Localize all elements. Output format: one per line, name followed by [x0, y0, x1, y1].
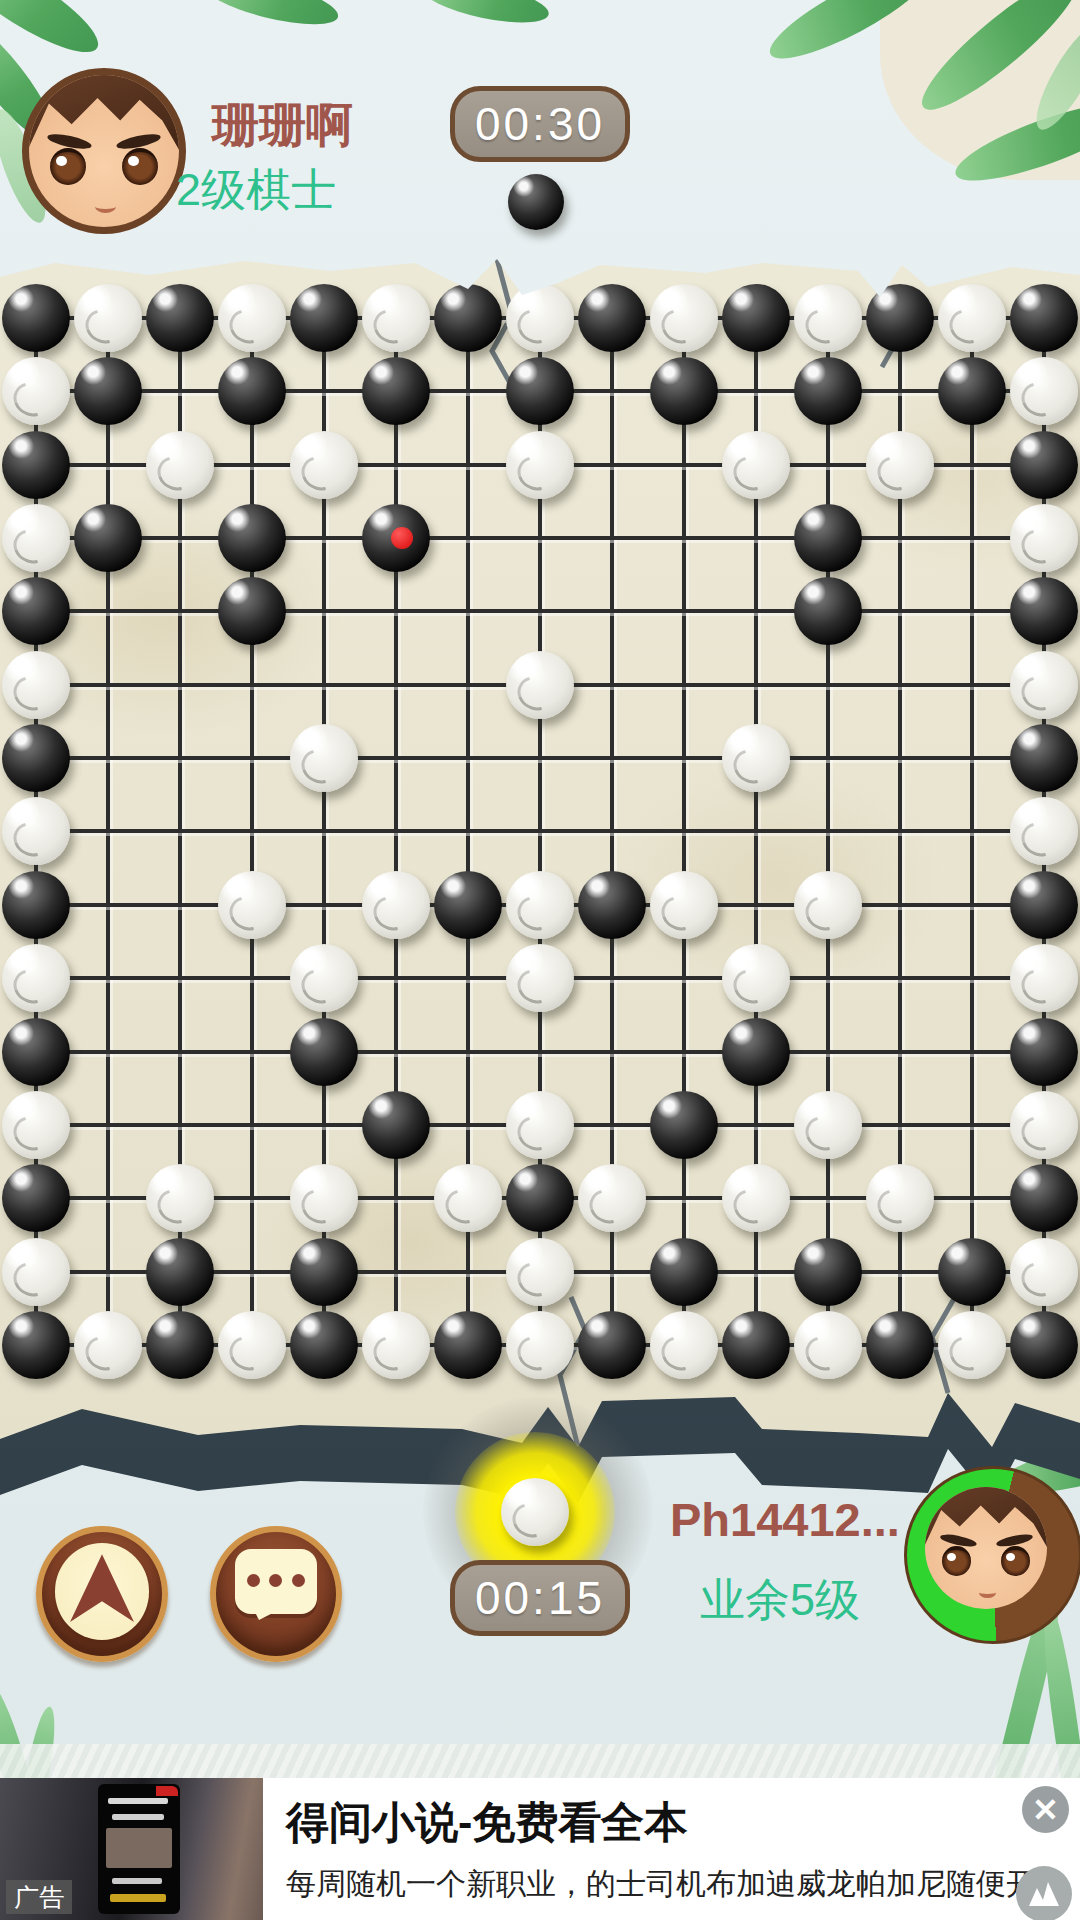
ad-banner[interactable]: 广告 得间小说-免费看全本 每周随机一个新职业，的士司机布加迪威龙帕加尼随便开！… — [0, 1778, 1080, 1920]
white-turn-stone — [501, 1478, 569, 1546]
black-stone — [74, 357, 142, 425]
black-stone — [1010, 1311, 1078, 1379]
bottom-player-level: 业余5级 — [700, 1570, 860, 1630]
undo-button[interactable] — [36, 1526, 168, 1662]
bottom-player-avatar — [925, 1487, 1047, 1609]
ad-phone-screenshot — [98, 1784, 180, 1914]
white-stone — [650, 284, 718, 352]
chat-button[interactable] — [210, 1526, 342, 1662]
black-stone — [290, 1311, 358, 1379]
black-stone — [794, 577, 862, 645]
black-stone — [1010, 1018, 1078, 1086]
chat-bubble-icon — [235, 1549, 317, 1613]
black-stone — [866, 1311, 934, 1379]
black-stone — [2, 871, 70, 939]
ad-subtitle: 每周随机一个新职业，的士司机布加迪威龙帕加尼随便开！ — [286, 1864, 1066, 1905]
black-stone — [578, 1311, 646, 1379]
top-player-timer: 00:30 — [450, 86, 630, 162]
grid-line-h — [34, 756, 1046, 760]
white-stone — [506, 944, 574, 1012]
black-stone — [146, 1238, 214, 1306]
black-stone — [362, 357, 430, 425]
grid-line-h — [34, 829, 1046, 833]
black-stone — [2, 724, 70, 792]
white-stone — [506, 431, 574, 499]
grid-line-h — [34, 1050, 1046, 1054]
white-stone — [2, 797, 70, 865]
black-stone — [722, 1311, 790, 1379]
black-stone — [506, 1164, 574, 1232]
white-stone — [362, 871, 430, 939]
white-stone — [74, 284, 142, 352]
black-stone — [722, 1018, 790, 1086]
white-stone — [290, 431, 358, 499]
white-stone — [1010, 797, 1078, 865]
bottom-avatar-progress-ring — [904, 1466, 1080, 1644]
avatar-face — [29, 75, 179, 227]
white-stone — [146, 1164, 214, 1232]
black-stone — [2, 1018, 70, 1086]
black-stone — [2, 1164, 70, 1232]
white-stone — [290, 1164, 358, 1232]
bamboo-leaf — [0, 0, 109, 68]
white-stone — [506, 871, 574, 939]
white-stone — [362, 284, 430, 352]
black-stone — [506, 357, 574, 425]
black-stone — [74, 504, 142, 572]
gomoku-board[interactable] — [0, 255, 1080, 1460]
white-stone — [218, 1311, 286, 1379]
last-move-marker — [391, 527, 413, 549]
white-stone — [218, 284, 286, 352]
white-stone — [2, 357, 70, 425]
white-stone — [722, 431, 790, 499]
white-stone — [794, 284, 862, 352]
sound-icon — [1027, 1880, 1061, 1908]
white-stone — [146, 431, 214, 499]
black-stone — [650, 1091, 718, 1159]
white-stone — [1010, 504, 1078, 572]
bamboo-leaf — [418, 0, 552, 31]
black-stone — [218, 577, 286, 645]
ad-separator-strip — [0, 1744, 1080, 1778]
white-stone — [1010, 1238, 1078, 1306]
white-stone — [1010, 944, 1078, 1012]
white-stone — [938, 284, 1006, 352]
white-stone — [506, 1311, 574, 1379]
bottom-player-timer: 00:15 — [450, 1560, 630, 1636]
white-stone — [506, 1091, 574, 1159]
grid-line-h — [34, 536, 1046, 540]
black-stone — [1010, 431, 1078, 499]
black-stone — [578, 284, 646, 352]
white-stone — [650, 871, 718, 939]
black-stone — [722, 284, 790, 352]
white-stone — [794, 1311, 862, 1379]
black-stone — [794, 357, 862, 425]
black-stone — [1010, 577, 1078, 645]
black-stone — [434, 284, 502, 352]
white-stone — [866, 431, 934, 499]
white-stone — [434, 1164, 502, 1232]
black-stone — [218, 504, 286, 572]
ad-close-button[interactable]: ✕ — [1022, 1786, 1069, 1833]
black-stone — [2, 577, 70, 645]
black-stone — [2, 284, 70, 352]
black-stone — [794, 504, 862, 572]
ad-tag: 广告 — [6, 1880, 72, 1914]
black-stone — [938, 357, 1006, 425]
black-stone — [866, 284, 934, 352]
white-stone — [74, 1311, 142, 1379]
black-stone — [578, 871, 646, 939]
black-stone — [1010, 871, 1078, 939]
bottom-player-name: Ph14412... — [670, 1492, 900, 1547]
white-stone — [362, 1311, 430, 1379]
white-stone — [794, 871, 862, 939]
black-stone — [2, 1311, 70, 1379]
black-stone — [290, 1238, 358, 1306]
black-stone — [434, 871, 502, 939]
ad-sound-button[interactable] — [1016, 1866, 1072, 1920]
white-stone — [506, 651, 574, 719]
black-stone — [434, 1311, 502, 1379]
white-stone — [2, 651, 70, 719]
white-stone — [1010, 1091, 1078, 1159]
undo-button-face — [55, 1543, 149, 1640]
ad-title: 得间小说-免费看全本 — [286, 1794, 687, 1852]
black-stone — [146, 284, 214, 352]
top-player-level: 2级棋士 — [176, 160, 336, 220]
white-stone — [722, 944, 790, 1012]
black-stone — [290, 1018, 358, 1086]
white-stone — [290, 724, 358, 792]
bamboo-leaf — [198, 0, 343, 34]
white-stone — [1010, 357, 1078, 425]
top-player-avatar — [22, 68, 186, 234]
black-stone — [290, 284, 358, 352]
white-stone — [2, 504, 70, 572]
white-stone — [506, 284, 574, 352]
white-stone — [2, 1091, 70, 1159]
white-stone — [2, 944, 70, 1012]
black-stone — [938, 1238, 1006, 1306]
white-stone — [1010, 651, 1078, 719]
white-stone — [578, 1164, 646, 1232]
white-stone — [722, 1164, 790, 1232]
white-stone — [650, 1311, 718, 1379]
white-stone — [290, 944, 358, 1012]
black-stone — [218, 357, 286, 425]
top-player-name: 珊珊啊 — [212, 94, 353, 157]
up-arrow-icon — [55, 1543, 149, 1637]
black-stone — [650, 357, 718, 425]
white-stone — [722, 724, 790, 792]
avatar-hair — [23, 68, 185, 160]
game-screen: 珊珊啊 2级棋士 00:30 00:15 Ph14412... 业余5级 — [0, 0, 1080, 1920]
avatar-face — [925, 1487, 1047, 1609]
white-stone — [218, 871, 286, 939]
black-stone — [794, 1238, 862, 1306]
white-stone — [866, 1164, 934, 1232]
white-stone — [2, 1238, 70, 1306]
ad-thumbnail[interactable]: 广告 — [0, 1778, 263, 1920]
white-stone — [506, 1238, 574, 1306]
white-stone — [938, 1311, 1006, 1379]
black-stone — [146, 1311, 214, 1379]
black-turn-stone — [508, 174, 564, 230]
black-stone — [1010, 284, 1078, 352]
black-stone — [2, 431, 70, 499]
black-stone — [362, 1091, 430, 1159]
white-stone — [794, 1091, 862, 1159]
black-stone — [362, 504, 430, 572]
black-stone — [1010, 1164, 1078, 1232]
black-stone — [1010, 724, 1078, 792]
black-stone — [650, 1238, 718, 1306]
grid-line-h — [34, 609, 1046, 613]
